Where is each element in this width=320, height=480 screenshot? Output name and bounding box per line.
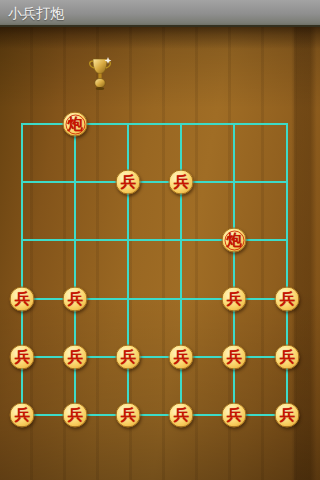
piece-soldier[interactable]: 兵 xyxy=(10,286,35,311)
piece-soldier[interactable]: 兵 xyxy=(169,344,194,369)
piece-soldier[interactable]: 兵 xyxy=(275,286,300,311)
piece-soldier[interactable]: 兵 xyxy=(222,286,247,311)
piece-cannon[interactable]: 炮 xyxy=(63,112,88,137)
piece-soldier[interactable]: 兵 xyxy=(63,286,88,311)
piece-soldier[interactable]: 兵 xyxy=(169,170,194,195)
title-bar: 小兵打炮 xyxy=(0,0,320,27)
piece-soldier[interactable]: 兵 xyxy=(63,344,88,369)
app-title: 小兵打炮 xyxy=(0,0,320,26)
piece-soldier[interactable]: 兵 xyxy=(10,403,35,428)
app-screen: 小兵打炮 炮兵兵炮兵兵兵兵兵兵兵兵兵兵兵兵兵兵兵兵 xyxy=(0,0,320,480)
piece-soldier[interactable]: 兵 xyxy=(222,344,247,369)
piece-soldier[interactable]: 兵 xyxy=(222,403,247,428)
piece-soldier[interactable]: 兵 xyxy=(275,403,300,428)
piece-soldier[interactable]: 兵 xyxy=(116,170,141,195)
piece-cannon[interactable]: 炮 xyxy=(222,228,247,253)
piece-soldier[interactable]: 兵 xyxy=(275,344,300,369)
piece-soldier[interactable]: 兵 xyxy=(10,344,35,369)
piece-soldier[interactable]: 兵 xyxy=(116,344,141,369)
piece-soldier[interactable]: 兵 xyxy=(63,403,88,428)
trophy-icon xyxy=(86,56,116,92)
board[interactable]: 炮兵兵炮兵兵兵兵兵兵兵兵兵兵兵兵兵兵兵兵 xyxy=(21,123,288,416)
piece-soldier[interactable]: 兵 xyxy=(169,403,194,428)
piece-soldier[interactable]: 兵 xyxy=(116,403,141,428)
wood-background: 炮兵兵炮兵兵兵兵兵兵兵兵兵兵兵兵兵兵兵兵 xyxy=(0,27,320,480)
